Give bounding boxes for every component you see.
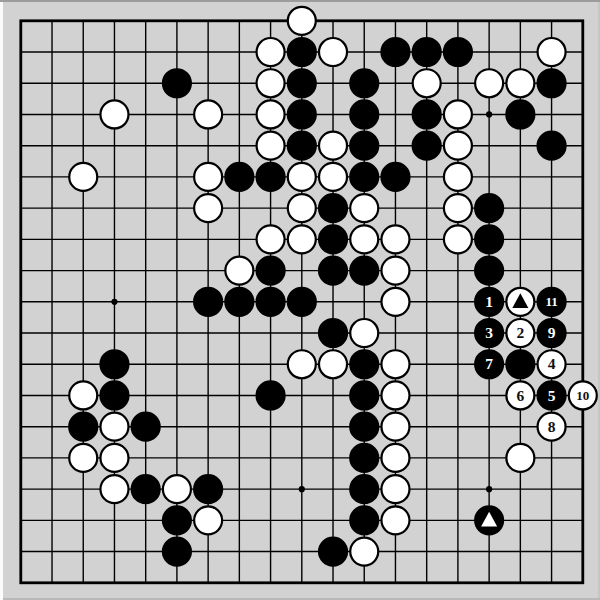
stone-white — [100, 444, 128, 472]
stone-black — [506, 100, 534, 128]
stone-white — [288, 163, 316, 191]
stone-white — [319, 132, 347, 160]
stone-black — [257, 288, 285, 316]
stone-black — [319, 319, 347, 347]
move-number-label: 1 — [485, 293, 493, 310]
stone-white — [69, 444, 97, 472]
stone-white — [319, 163, 347, 191]
stone-black — [288, 288, 316, 316]
move-number-label: 9 — [548, 324, 556, 341]
stone-white — [506, 444, 534, 472]
stone-white — [288, 194, 316, 222]
stone-black — [163, 538, 191, 566]
stone-white — [100, 475, 128, 503]
stone-white — [288, 7, 316, 35]
stone-white — [381, 444, 409, 472]
stone-white — [163, 475, 191, 503]
stone-white — [444, 100, 472, 128]
star-point — [299, 486, 305, 492]
stone-black — [381, 163, 409, 191]
stone-white — [194, 506, 222, 534]
stone-black — [100, 350, 128, 378]
stone-white — [100, 413, 128, 441]
stone-black — [194, 475, 222, 503]
stone-black — [163, 506, 191, 534]
stone-white — [257, 225, 285, 253]
stone-black — [475, 225, 503, 253]
stone-black — [475, 194, 503, 222]
stone-white — [350, 225, 378, 253]
stone-white — [381, 257, 409, 285]
stone-white — [413, 69, 441, 97]
stone-white — [69, 163, 97, 191]
stone-black — [350, 100, 378, 128]
stone-black — [350, 475, 378, 503]
star-point — [486, 111, 492, 117]
stone-black — [350, 132, 378, 160]
move-number-label: 10 — [576, 388, 589, 403]
stone-white — [350, 194, 378, 222]
stone-black — [257, 381, 285, 409]
stone-black — [100, 381, 128, 409]
move-number-label: 6 — [516, 387, 524, 404]
stone-black — [538, 132, 566, 160]
stone-white — [257, 100, 285, 128]
go-board-diagram: 1234567891011 — [0, 0, 600, 600]
stone-white — [444, 194, 472, 222]
stone-black — [350, 444, 378, 472]
stone-white — [288, 350, 316, 378]
stone-white — [381, 288, 409, 316]
stone-black — [288, 132, 316, 160]
stone-black — [194, 288, 222, 316]
stone-black — [538, 69, 566, 97]
stone-black — [319, 257, 347, 285]
stone-black — [350, 163, 378, 191]
stone-black — [163, 69, 191, 97]
stone-black — [319, 225, 347, 253]
stone-black — [350, 69, 378, 97]
stone-black — [225, 288, 253, 316]
stone-white — [194, 100, 222, 128]
stone-white — [444, 132, 472, 160]
stone-white — [475, 69, 503, 97]
stone-black — [381, 38, 409, 66]
stone-black — [225, 163, 253, 191]
stone-white — [381, 381, 409, 409]
stone-black — [288, 38, 316, 66]
stone-white — [350, 319, 378, 347]
stone-white — [257, 38, 285, 66]
move-number-label: 7 — [485, 355, 493, 372]
stone-black — [350, 506, 378, 534]
stone-white — [319, 350, 347, 378]
stone-black — [475, 257, 503, 285]
stone-black — [506, 350, 534, 378]
stone-white — [381, 225, 409, 253]
stone-black — [413, 38, 441, 66]
move-number-label: 2 — [516, 324, 524, 341]
stone-white — [381, 506, 409, 534]
stone-black — [69, 413, 97, 441]
stone-black — [132, 413, 160, 441]
stone-white — [288, 225, 316, 253]
stone-black — [319, 194, 347, 222]
stone-black — [319, 538, 347, 566]
stone-white — [257, 69, 285, 97]
move-number-label: 11 — [545, 294, 557, 309]
stone-black — [288, 100, 316, 128]
stone-black — [288, 69, 316, 97]
stone-white — [100, 100, 128, 128]
stone-white — [350, 538, 378, 566]
stone-white — [381, 475, 409, 503]
stone-black — [350, 350, 378, 378]
stone-black — [444, 38, 472, 66]
stone-black — [257, 163, 285, 191]
stone-white — [444, 163, 472, 191]
stone-white — [257, 132, 285, 160]
stone-white — [538, 38, 566, 66]
stone-white — [506, 69, 534, 97]
stone-black — [132, 475, 160, 503]
move-number-label: 8 — [548, 418, 556, 435]
star-point — [486, 486, 492, 492]
stone-black — [350, 257, 378, 285]
stone-white — [225, 257, 253, 285]
stone-black — [257, 257, 285, 285]
move-number-label: 5 — [548, 387, 556, 404]
stone-white — [194, 163, 222, 191]
stone-white — [69, 381, 97, 409]
move-number-label: 4 — [548, 355, 556, 372]
stone-white — [381, 413, 409, 441]
stone-black — [350, 413, 378, 441]
stone-black — [350, 381, 378, 409]
stone-white — [381, 350, 409, 378]
stone-black — [413, 132, 441, 160]
stone-white — [194, 194, 222, 222]
stone-white — [444, 225, 472, 253]
board-svg: 1234567891011 — [0, 0, 600, 600]
stone-black — [413, 100, 441, 128]
star-point — [111, 299, 117, 305]
stone-white — [319, 38, 347, 66]
move-number-label: 3 — [485, 324, 493, 341]
